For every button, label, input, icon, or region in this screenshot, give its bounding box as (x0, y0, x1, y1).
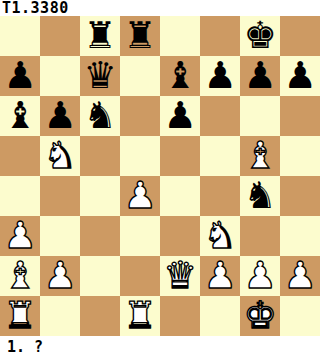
square-f5[interactable] (200, 136, 240, 176)
square-g2[interactable]: ♟ (240, 256, 280, 296)
square-h4[interactable] (280, 176, 320, 216)
square-h8[interactable] (280, 16, 320, 56)
black-knight-icon[interactable]: ♞ (83, 96, 116, 136)
black-pawn-icon[interactable]: ♟ (243, 56, 276, 96)
square-g6[interactable] (240, 96, 280, 136)
square-g5[interactable]: ♝ (240, 136, 280, 176)
square-a8[interactable] (0, 16, 40, 56)
square-h7[interactable]: ♟ (280, 56, 320, 96)
square-e8[interactable] (160, 16, 200, 56)
square-d5[interactable] (120, 136, 160, 176)
black-pawn-icon[interactable]: ♟ (203, 56, 236, 96)
square-f2[interactable]: ♟ (200, 256, 240, 296)
square-c7[interactable]: ♛ (80, 56, 120, 96)
square-b2[interactable]: ♟ (40, 256, 80, 296)
black-bishop-icon[interactable]: ♝ (163, 56, 196, 96)
square-e2[interactable]: ♛ (160, 256, 200, 296)
square-a5[interactable] (0, 136, 40, 176)
black-knight-icon[interactable]: ♞ (243, 176, 276, 216)
square-h5[interactable] (280, 136, 320, 176)
square-d4[interactable]: ♟ (120, 176, 160, 216)
square-d3[interactable] (120, 216, 160, 256)
square-f4[interactable] (200, 176, 240, 216)
square-g7[interactable]: ♟ (240, 56, 280, 96)
black-pawn-icon[interactable]: ♟ (3, 56, 36, 96)
square-h6[interactable] (280, 96, 320, 136)
black-pawn-icon[interactable]: ♟ (163, 96, 196, 136)
square-e5[interactable] (160, 136, 200, 176)
square-b1[interactable] (40, 296, 80, 336)
square-c4[interactable] (80, 176, 120, 216)
black-rook-icon[interactable]: ♜ (123, 16, 156, 56)
square-c8[interactable]: ♜ (80, 16, 120, 56)
white-pawn-icon[interactable]: ♟ (243, 256, 276, 296)
square-b8[interactable] (40, 16, 80, 56)
square-a1[interactable]: ♜ (0, 296, 40, 336)
white-queen-icon[interactable]: ♛ (163, 256, 196, 296)
square-e4[interactable] (160, 176, 200, 216)
square-g4[interactable]: ♞ (240, 176, 280, 216)
puzzle-title: T1.3380 (0, 0, 320, 16)
square-g1[interactable]: ♚ (240, 296, 280, 336)
white-rook-icon[interactable]: ♜ (123, 296, 156, 336)
square-d1[interactable]: ♜ (120, 296, 160, 336)
square-g3[interactable] (240, 216, 280, 256)
square-a3[interactable]: ♟ (0, 216, 40, 256)
square-d7[interactable] (120, 56, 160, 96)
square-b4[interactable] (40, 176, 80, 216)
square-d2[interactable] (120, 256, 160, 296)
white-pawn-icon[interactable]: ♟ (3, 216, 36, 256)
white-knight-icon[interactable]: ♞ (43, 136, 76, 176)
white-pawn-icon[interactable]: ♟ (203, 256, 236, 296)
move-prompt: 1. ? (0, 336, 320, 360)
black-queen-icon[interactable]: ♛ (83, 56, 116, 96)
square-f1[interactable] (200, 296, 240, 336)
chess-board: ♜♜♚♟♛♝♟♟♟♝♟♞♟♞♝♟♞♟♞♝♟♛♟♟♟♜♜♚ (0, 16, 320, 336)
black-bishop-icon[interactable]: ♝ (3, 96, 36, 136)
white-bishop-icon[interactable]: ♝ (243, 136, 276, 176)
white-pawn-icon[interactable]: ♟ (283, 256, 316, 296)
square-e3[interactable] (160, 216, 200, 256)
white-king-icon[interactable]: ♚ (243, 296, 276, 336)
square-c6[interactable]: ♞ (80, 96, 120, 136)
square-g8[interactable]: ♚ (240, 16, 280, 56)
white-rook-icon[interactable]: ♜ (3, 296, 36, 336)
square-b3[interactable] (40, 216, 80, 256)
square-c2[interactable] (80, 256, 120, 296)
square-b6[interactable]: ♟ (40, 96, 80, 136)
black-pawn-icon[interactable]: ♟ (283, 56, 316, 96)
square-a2[interactable]: ♝ (0, 256, 40, 296)
black-king-icon[interactable]: ♚ (243, 16, 276, 56)
square-c1[interactable] (80, 296, 120, 336)
square-b5[interactable]: ♞ (40, 136, 80, 176)
square-a7[interactable]: ♟ (0, 56, 40, 96)
square-f7[interactable]: ♟ (200, 56, 240, 96)
square-h2[interactable]: ♟ (280, 256, 320, 296)
square-c5[interactable] (80, 136, 120, 176)
white-pawn-icon[interactable]: ♟ (123, 176, 156, 216)
square-e7[interactable]: ♝ (160, 56, 200, 96)
white-knight-icon[interactable]: ♞ (203, 216, 236, 256)
square-h3[interactable] (280, 216, 320, 256)
square-b7[interactable] (40, 56, 80, 96)
square-a6[interactable]: ♝ (0, 96, 40, 136)
square-c3[interactable] (80, 216, 120, 256)
square-f8[interactable] (200, 16, 240, 56)
black-pawn-icon[interactable]: ♟ (43, 96, 76, 136)
square-f6[interactable] (200, 96, 240, 136)
square-e6[interactable]: ♟ (160, 96, 200, 136)
black-rook-icon[interactable]: ♜ (83, 16, 116, 56)
square-h1[interactable] (280, 296, 320, 336)
square-a4[interactable] (0, 176, 40, 216)
square-d8[interactable]: ♜ (120, 16, 160, 56)
white-bishop-icon[interactable]: ♝ (3, 256, 36, 296)
white-pawn-icon[interactable]: ♟ (43, 256, 76, 296)
square-e1[interactable] (160, 296, 200, 336)
square-f3[interactable]: ♞ (200, 216, 240, 256)
square-d6[interactable] (120, 96, 160, 136)
